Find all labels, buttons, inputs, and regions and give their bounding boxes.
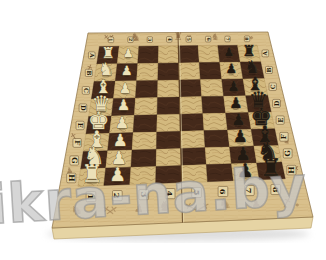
square-g3	[131, 149, 157, 167]
file-label-right-G: G	[283, 149, 292, 158]
svg-text:D: D	[273, 100, 281, 106]
piece-white-p-c2: ♟	[119, 80, 131, 96]
rank-label-near-4: 4	[165, 189, 175, 199]
svg-text:6: 6	[206, 37, 211, 40]
piece-black-p-c7: ♟	[227, 78, 239, 94]
rank-label-far-2: 2	[128, 37, 133, 43]
svg-text:C: C	[83, 88, 90, 93]
square-a4	[158, 46, 179, 63]
rank-label-near-2: 2	[112, 191, 122, 201]
svg-text:1: 1	[86, 194, 96, 200]
square-c5	[179, 80, 202, 98]
square-h6	[206, 164, 233, 182]
knight-icon: ♞	[218, 195, 233, 213]
stud-icon: ●	[296, 202, 300, 207]
square-g4	[156, 148, 181, 166]
product-photo-chess-set: ♜♜♞♞††◆†◆†♟†♜♞†♞††♟♞††♞♟†●AABBCCDDEEFFGG…	[0, 0, 326, 260]
svg-text:3: 3	[139, 192, 149, 198]
svg-text:C: C	[269, 84, 276, 89]
svg-text:7: 7	[225, 37, 230, 40]
chess-board-photo: ♜♜♞♞††◆†◆†♟†♜♞†♞††♟♞††♞♟†●AABBCCDDEEFFGG…	[0, 0, 326, 260]
svg-text:4: 4	[165, 191, 175, 197]
svg-text:H: H	[67, 174, 76, 181]
square-e4	[157, 114, 181, 132]
square-a6	[198, 45, 220, 62]
rank-label-far-4: 4	[167, 37, 172, 43]
file-label-right-F: F	[279, 132, 288, 141]
square-a3	[138, 46, 159, 64]
knight-icon: ♞	[211, 31, 220, 42]
svg-text:A: A	[262, 51, 268, 57]
rank-label-far-5: 5	[186, 36, 191, 42]
svg-text:7: 7	[244, 188, 254, 194]
file-label-left-F: F	[73, 138, 82, 147]
svg-text:E: E	[277, 118, 285, 123]
square-h3	[130, 166, 156, 184]
square-b5	[179, 63, 201, 80]
rank-label-far-3: 3	[147, 37, 152, 43]
svg-text:2: 2	[128, 38, 133, 41]
rank-label-near-8: 8	[271, 184, 281, 194]
pawn-icon: ♟	[133, 201, 144, 215]
rank-label-near-1: 1	[86, 192, 96, 202]
piece-white-p-h2: ♟	[109, 164, 126, 185]
square-b6	[199, 62, 222, 79]
pawn-icon: ♟	[250, 197, 261, 211]
square-c4	[158, 80, 180, 98]
file-label-left-D: D	[79, 104, 87, 112]
file-label-left-G: G	[70, 156, 79, 165]
svg-text:5: 5	[192, 190, 202, 196]
svg-text:G: G	[283, 150, 292, 156]
square-f5	[180, 131, 205, 149]
svg-text:B: B	[86, 70, 93, 75]
piece-black-p-h7: ♟	[237, 160, 254, 181]
svg-text:1: 1	[108, 38, 113, 41]
square-b3	[137, 63, 159, 80]
piece-white-r-h1: ♜	[81, 160, 102, 188]
file-label-left-A: A	[88, 52, 95, 59]
rank-label-far-6: 6	[205, 36, 210, 42]
square-f3	[132, 132, 157, 150]
file-label-left-B: B	[85, 69, 92, 76]
square-h4	[156, 166, 182, 184]
piece-white-p-a2: ♟	[123, 46, 134, 60]
svg-text:G: G	[70, 157, 79, 163]
svg-text:8: 8	[271, 187, 281, 193]
piece-black-p-b7: ♟	[225, 61, 236, 76]
svg-text:H: H	[287, 166, 296, 173]
svg-text:5: 5	[186, 38, 191, 41]
svg-text:E: E	[76, 123, 84, 128]
svg-text:B: B	[265, 67, 272, 72]
svg-text:8: 8	[244, 37, 249, 40]
square-g5	[181, 148, 207, 166]
square-g6	[205, 147, 231, 165]
piece-black-p-d7: ♟	[229, 94, 242, 111]
file-label-right-A: A	[262, 50, 269, 57]
svg-text:F: F	[73, 140, 82, 145]
rank-label-near-7: 7	[244, 185, 254, 195]
rank-label-far-8: 8	[244, 36, 249, 42]
file-label-right-H: H	[287, 165, 296, 175]
rank-label-far-1: 1	[108, 37, 113, 43]
file-label-right-B: B	[265, 66, 272, 73]
square-e3	[133, 115, 157, 133]
piece-black-r-h8: ♜	[260, 154, 281, 182]
svg-text:D: D	[79, 105, 87, 111]
square-c3	[135, 80, 157, 98]
square-c6	[200, 79, 223, 96]
square-f6	[204, 130, 230, 148]
rank-label-near-5: 5	[192, 187, 202, 197]
svg-text:A: A	[89, 52, 95, 58]
rank-label-far-7: 7	[225, 36, 230, 42]
castle-icon: ♜	[174, 31, 183, 42]
piece-white-p-b2: ♟	[121, 63, 132, 78]
svg-text:3: 3	[147, 38, 152, 41]
svg-text:F: F	[279, 134, 288, 139]
rank-label-near-3: 3	[139, 190, 149, 200]
svg-text:6: 6	[218, 189, 228, 195]
svg-text:2: 2	[112, 193, 122, 199]
square-h5	[181, 165, 207, 183]
file-label-left-E: E	[76, 121, 84, 129]
square-e6	[203, 113, 228, 131]
square-f4	[156, 131, 180, 149]
file-label-right-E: E	[276, 116, 284, 124]
square-d3	[134, 98, 157, 116]
square-d6	[202, 96, 226, 113]
square-b4	[158, 63, 179, 81]
square-d5	[180, 97, 203, 115]
piece-white-p-d2: ♟	[117, 96, 130, 113]
rank-label-near-6: 6	[218, 186, 228, 196]
file-label-left-C: C	[82, 87, 89, 95]
square-d4	[157, 97, 180, 115]
file-label-right-C: C	[269, 83, 276, 91]
file-label-right-D: D	[273, 99, 281, 107]
square-a5	[178, 46, 199, 63]
file-label-left-H: H	[67, 173, 76, 183]
piece-black-p-a7: ♟	[224, 45, 235, 59]
square-e5	[180, 114, 204, 132]
